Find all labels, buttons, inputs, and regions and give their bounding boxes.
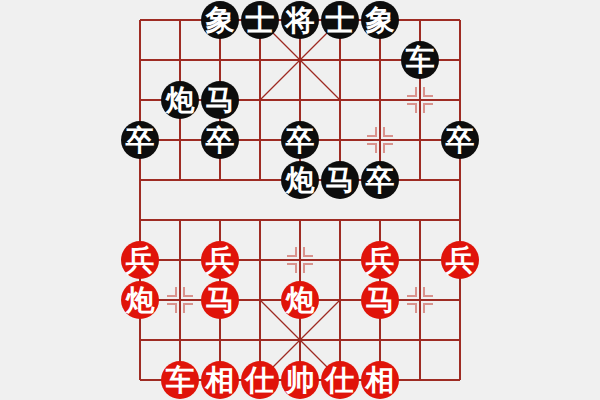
board-point-d2[interactable]	[240, 320, 280, 360]
board-point-h4[interactable]	[400, 240, 440, 280]
black-elephant[interactable]: 象	[201, 1, 239, 39]
black-elephant[interactable]: 象	[361, 1, 399, 39]
board-point-g3[interactable]: 马	[360, 280, 400, 320]
black-general[interactable]: 将	[281, 1, 319, 39]
board-point-h6[interactable]	[400, 160, 440, 200]
black-advisor[interactable]: 士	[321, 1, 359, 39]
board-point-e3[interactable]: 炮	[280, 280, 320, 320]
board-point-a6[interactable]	[120, 160, 160, 200]
board-point-b6[interactable]	[160, 160, 200, 200]
board-point-i4[interactable]: 兵	[440, 240, 480, 280]
black-cannon[interactable]: 炮	[281, 161, 319, 199]
red-horse[interactable]: 马	[361, 281, 399, 319]
board-point-d8[interactable]	[240, 80, 280, 120]
board-point-g5[interactable]	[360, 200, 400, 240]
board-point-c4[interactable]: 兵	[200, 240, 240, 280]
board-point-e5[interactable]	[280, 200, 320, 240]
board-point-h8[interactable]	[400, 80, 440, 120]
board-point-g4[interactable]: 兵	[360, 240, 400, 280]
black-soldier[interactable]: 卒	[201, 121, 239, 159]
board-point-d3[interactable]	[240, 280, 280, 320]
red-soldier[interactable]: 兵	[121, 241, 159, 279]
board-point-b2[interactable]	[160, 320, 200, 360]
black-soldier[interactable]: 卒	[281, 121, 319, 159]
board-point-e10[interactable]: 将	[280, 0, 320, 40]
black-horse[interactable]: 马	[201, 81, 239, 119]
board-point-b7[interactable]	[160, 120, 200, 160]
board-point-c10[interactable]: 象	[200, 0, 240, 40]
board-point-d7[interactable]	[240, 120, 280, 160]
board-point-a10[interactable]	[120, 0, 160, 40]
board-point-i9[interactable]	[440, 40, 480, 80]
black-cannon[interactable]: 炮	[161, 81, 199, 119]
board-point-a7[interactable]: 卒	[120, 120, 160, 160]
board-point-c9[interactable]	[200, 40, 240, 80]
board-point-i7[interactable]: 卒	[440, 120, 480, 160]
board-point-a1[interactable]	[120, 360, 160, 400]
board-point-f4[interactable]	[320, 240, 360, 280]
board-point-i8[interactable]	[440, 80, 480, 120]
board-point-h10[interactable]	[400, 0, 440, 40]
board-point-c2[interactable]	[200, 320, 240, 360]
red-elephant[interactable]: 相	[201, 361, 239, 399]
board-point-a8[interactable]	[120, 80, 160, 120]
black-chariot[interactable]: 车	[401, 41, 439, 79]
board-point-h1[interactable]	[400, 360, 440, 400]
board-point-b1[interactable]: 车	[160, 360, 200, 400]
board-point-i10[interactable]	[440, 0, 480, 40]
piece-grid: 象士将士象车炮马卒卒卒卒炮马卒兵兵兵兵炮马炮马车相仕帅仕相	[120, 0, 480, 400]
red-elephant[interactable]: 相	[361, 361, 399, 399]
board-point-i5[interactable]	[440, 200, 480, 240]
board-point-h3[interactable]	[400, 280, 440, 320]
red-cannon[interactable]: 炮	[281, 281, 319, 319]
board-point-f9[interactable]	[320, 40, 360, 80]
board-point-d5[interactable]	[240, 200, 280, 240]
board-point-i3[interactable]	[440, 280, 480, 320]
board-point-g10[interactable]: 象	[360, 0, 400, 40]
board-point-a9[interactable]	[120, 40, 160, 80]
board-point-d1[interactable]: 仕	[240, 360, 280, 400]
board-point-h7[interactable]	[400, 120, 440, 160]
board-point-f2[interactable]	[320, 320, 360, 360]
board-point-b8[interactable]: 炮	[160, 80, 200, 120]
board-point-e9[interactable]	[280, 40, 320, 80]
board-point-a4[interactable]: 兵	[120, 240, 160, 280]
board-point-f10[interactable]: 士	[320, 0, 360, 40]
red-cannon[interactable]: 炮	[121, 281, 159, 319]
board-point-f8[interactable]	[320, 80, 360, 120]
board-point-c8[interactable]: 马	[200, 80, 240, 120]
board-point-h9[interactable]: 车	[400, 40, 440, 80]
board-point-i6[interactable]	[440, 160, 480, 200]
board-point-c1[interactable]: 相	[200, 360, 240, 400]
board-point-e1[interactable]: 帅	[280, 360, 320, 400]
black-soldier[interactable]: 卒	[361, 161, 399, 199]
board-point-g8[interactable]	[360, 80, 400, 120]
black-advisor[interactable]: 士	[241, 1, 279, 39]
board-point-d4[interactable]	[240, 240, 280, 280]
board-point-b5[interactable]	[160, 200, 200, 240]
red-advisor[interactable]: 仕	[241, 361, 279, 399]
board-point-f5[interactable]	[320, 200, 360, 240]
board-point-f6[interactable]: 马	[320, 160, 360, 200]
board-point-c7[interactable]: 卒	[200, 120, 240, 160]
red-horse[interactable]: 马	[201, 281, 239, 319]
board-point-g7[interactable]	[360, 120, 400, 160]
board-point-f1[interactable]: 仕	[320, 360, 360, 400]
red-chariot[interactable]: 车	[161, 361, 199, 399]
board-point-e4[interactable]	[280, 240, 320, 280]
board-point-b10[interactable]	[160, 0, 200, 40]
board-point-d6[interactable]	[240, 160, 280, 200]
board-point-f7[interactable]	[320, 120, 360, 160]
red-soldier[interactable]: 兵	[361, 241, 399, 279]
board-point-g6[interactable]: 卒	[360, 160, 400, 200]
board-point-c5[interactable]	[200, 200, 240, 240]
board-point-b3[interactable]	[160, 280, 200, 320]
board-point-e2[interactable]	[280, 320, 320, 360]
board-point-b4[interactable]	[160, 240, 200, 280]
board-point-g2[interactable]	[360, 320, 400, 360]
board-point-b9[interactable]	[160, 40, 200, 80]
board-point-i2[interactable]	[440, 320, 480, 360]
board-point-h2[interactable]	[400, 320, 440, 360]
red-advisor[interactable]: 仕	[321, 361, 359, 399]
board-point-c3[interactable]: 马	[200, 280, 240, 320]
red-soldier[interactable]: 兵	[441, 241, 479, 279]
board-point-h5[interactable]	[400, 200, 440, 240]
red-general[interactable]: 帅	[281, 361, 319, 399]
board-point-e6[interactable]: 炮	[280, 160, 320, 200]
black-horse[interactable]: 马	[321, 161, 359, 199]
board-point-g1[interactable]: 相	[360, 360, 400, 400]
board-point-a2[interactable]	[120, 320, 160, 360]
black-soldier[interactable]: 卒	[441, 121, 479, 159]
board-point-e8[interactable]	[280, 80, 320, 120]
board-point-d9[interactable]	[240, 40, 280, 80]
board-point-i1[interactable]	[440, 360, 480, 400]
board-point-a3[interactable]: 炮	[120, 280, 160, 320]
board-point-d10[interactable]: 士	[240, 0, 280, 40]
board-point-a5[interactable]	[120, 200, 160, 240]
red-soldier[interactable]: 兵	[201, 241, 239, 279]
black-soldier[interactable]: 卒	[121, 121, 159, 159]
board-point-c6[interactable]	[200, 160, 240, 200]
board-point-g9[interactable]	[360, 40, 400, 80]
xiangqi-board: 象士将士象车炮马卒卒卒卒炮马卒兵兵兵兵炮马炮马车相仕帅仕相	[0, 0, 600, 400]
board-point-f3[interactable]	[320, 280, 360, 320]
board-point-e7[interactable]: 卒	[280, 120, 320, 160]
